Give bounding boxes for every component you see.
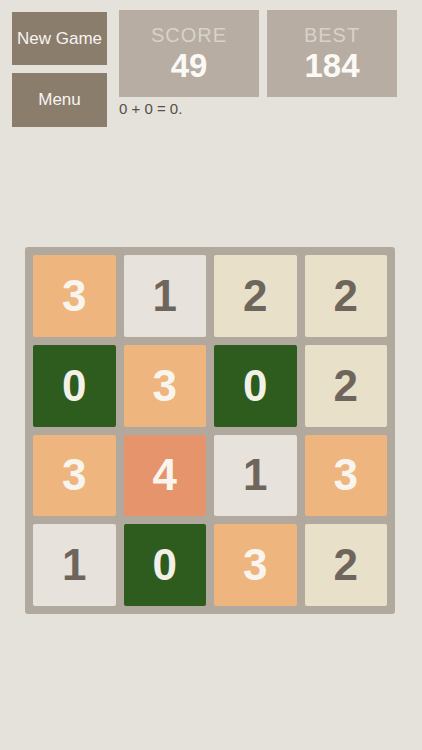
tile-r3c1: 0: [124, 524, 207, 606]
tile-r0c3: 2: [305, 255, 388, 337]
new-game-button-label: New Game: [17, 29, 102, 49]
tile-r2c3: 3: [305, 435, 388, 517]
score-label: SCORE: [151, 23, 227, 47]
tile-r1c0: 0: [33, 345, 116, 427]
best-box: BEST 184: [267, 10, 397, 97]
tile-r3c3: 2: [305, 524, 388, 606]
best-value: 184: [304, 47, 359, 85]
tile-r1c1: 3: [124, 345, 207, 427]
tile-r0c1: 1: [124, 255, 207, 337]
tile-r0c2: 2: [214, 255, 297, 337]
score-box: SCORE 49: [119, 10, 259, 97]
tile-r2c2: 1: [214, 435, 297, 517]
tile-r1c3: 2: [305, 345, 388, 427]
merge-equation-text: 0 + 0 = 0.: [119, 100, 182, 117]
tile-r2c0: 3: [33, 435, 116, 517]
tile-r2c1: 4: [124, 435, 207, 517]
best-label: BEST: [304, 23, 360, 47]
game-board[interactable]: 3 1 2 2 0 3 0 2 3 4 1 3 1 0 3 2: [25, 247, 395, 614]
menu-button[interactable]: Menu: [12, 73, 107, 127]
tile-r3c2: 3: [214, 524, 297, 606]
score-value: 49: [171, 47, 208, 85]
tile-r0c0: 3: [33, 255, 116, 337]
new-game-button[interactable]: New Game: [12, 12, 107, 65]
tile-r3c0: 1: [33, 524, 116, 606]
menu-button-label: Menu: [38, 90, 81, 110]
tile-r1c2: 0: [214, 345, 297, 427]
